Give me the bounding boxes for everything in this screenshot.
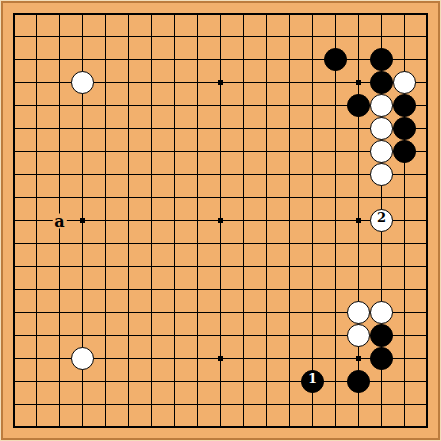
intersection bbox=[25, 301, 48, 324]
intersection bbox=[324, 347, 347, 370]
intersection bbox=[2, 140, 25, 163]
intersection bbox=[347, 416, 370, 439]
intersection bbox=[255, 140, 278, 163]
intersection bbox=[140, 163, 163, 186]
intersection bbox=[324, 2, 347, 25]
intersection bbox=[255, 94, 278, 117]
intersection bbox=[94, 278, 117, 301]
intersection bbox=[278, 347, 301, 370]
intersection bbox=[324, 301, 347, 324]
star-point bbox=[218, 80, 223, 85]
intersection bbox=[71, 186, 94, 209]
intersection: 2 bbox=[370, 209, 393, 232]
intersection bbox=[347, 117, 370, 140]
intersection bbox=[324, 370, 347, 393]
intersection bbox=[370, 117, 393, 140]
intersection bbox=[117, 25, 140, 48]
intersection bbox=[278, 209, 301, 232]
intersection bbox=[393, 48, 416, 71]
intersection bbox=[186, 163, 209, 186]
intersection bbox=[232, 163, 255, 186]
intersection bbox=[48, 393, 71, 416]
intersection bbox=[278, 25, 301, 48]
intersection bbox=[140, 186, 163, 209]
intersection bbox=[186, 94, 209, 117]
intersection bbox=[232, 278, 255, 301]
intersection bbox=[2, 416, 25, 439]
intersection bbox=[25, 71, 48, 94]
intersection bbox=[324, 324, 347, 347]
intersection bbox=[163, 324, 186, 347]
intersection bbox=[209, 140, 232, 163]
intersection bbox=[370, 278, 393, 301]
intersection bbox=[163, 255, 186, 278]
intersection bbox=[94, 347, 117, 370]
intersection bbox=[278, 163, 301, 186]
intersection bbox=[94, 393, 117, 416]
intersection bbox=[186, 301, 209, 324]
intersection bbox=[48, 416, 71, 439]
intersection bbox=[278, 48, 301, 71]
intersection bbox=[71, 140, 94, 163]
intersection bbox=[209, 347, 232, 370]
intersection bbox=[94, 71, 117, 94]
intersection bbox=[301, 255, 324, 278]
intersection bbox=[48, 324, 71, 347]
intersection bbox=[278, 232, 301, 255]
intersection bbox=[393, 117, 416, 140]
intersection bbox=[416, 209, 439, 232]
intersection bbox=[416, 370, 439, 393]
intersection bbox=[347, 232, 370, 255]
intersection bbox=[209, 25, 232, 48]
black-stone bbox=[393, 140, 416, 163]
intersection bbox=[25, 232, 48, 255]
intersection bbox=[2, 370, 25, 393]
intersection: 1 bbox=[301, 370, 324, 393]
intersection bbox=[324, 94, 347, 117]
intersection bbox=[163, 140, 186, 163]
intersection bbox=[71, 347, 94, 370]
intersection bbox=[71, 25, 94, 48]
white-stone bbox=[347, 324, 370, 347]
intersection bbox=[278, 278, 301, 301]
intersection bbox=[416, 278, 439, 301]
star-point bbox=[356, 80, 361, 85]
intersection bbox=[25, 255, 48, 278]
intersection bbox=[48, 370, 71, 393]
intersection bbox=[48, 140, 71, 163]
intersection bbox=[416, 71, 439, 94]
star-point bbox=[356, 218, 361, 223]
intersection bbox=[48, 71, 71, 94]
black-stone bbox=[347, 94, 370, 117]
intersection bbox=[393, 393, 416, 416]
intersection bbox=[117, 301, 140, 324]
intersection bbox=[347, 186, 370, 209]
white-stone bbox=[370, 301, 393, 324]
black-stone bbox=[324, 48, 347, 71]
intersection bbox=[393, 255, 416, 278]
intersection bbox=[209, 232, 232, 255]
white-stone bbox=[393, 71, 416, 94]
intersection bbox=[25, 140, 48, 163]
intersection bbox=[48, 301, 71, 324]
intersection bbox=[140, 209, 163, 232]
intersection bbox=[209, 301, 232, 324]
intersection bbox=[232, 232, 255, 255]
intersection bbox=[324, 25, 347, 48]
intersection bbox=[186, 393, 209, 416]
intersection bbox=[301, 232, 324, 255]
intersection bbox=[370, 370, 393, 393]
intersection bbox=[255, 324, 278, 347]
black-stone bbox=[370, 347, 393, 370]
intersection bbox=[48, 186, 71, 209]
intersection bbox=[416, 416, 439, 439]
intersection bbox=[255, 71, 278, 94]
intersection bbox=[2, 2, 25, 25]
intersection bbox=[324, 232, 347, 255]
intersection bbox=[71, 255, 94, 278]
intersection bbox=[25, 393, 48, 416]
intersection bbox=[71, 71, 94, 94]
intersection bbox=[71, 278, 94, 301]
intersection bbox=[232, 48, 255, 71]
intersection bbox=[301, 140, 324, 163]
intersection bbox=[163, 2, 186, 25]
intersection bbox=[278, 71, 301, 94]
intersection bbox=[117, 393, 140, 416]
intersection bbox=[347, 301, 370, 324]
intersection bbox=[370, 94, 393, 117]
intersection bbox=[278, 416, 301, 439]
intersection bbox=[71, 370, 94, 393]
intersection bbox=[163, 25, 186, 48]
intersection bbox=[71, 48, 94, 71]
intersection bbox=[232, 416, 255, 439]
intersection bbox=[140, 71, 163, 94]
intersection bbox=[2, 71, 25, 94]
white-stone bbox=[370, 94, 393, 117]
intersection bbox=[163, 301, 186, 324]
intersection bbox=[25, 25, 48, 48]
intersection bbox=[94, 186, 117, 209]
intersection bbox=[140, 94, 163, 117]
intersection bbox=[324, 393, 347, 416]
intersection bbox=[71, 232, 94, 255]
intersection bbox=[416, 301, 439, 324]
intersection bbox=[2, 25, 25, 48]
intersection bbox=[209, 278, 232, 301]
intersection bbox=[2, 48, 25, 71]
intersection bbox=[416, 2, 439, 25]
intersection bbox=[48, 2, 71, 25]
intersection bbox=[255, 117, 278, 140]
intersection bbox=[71, 301, 94, 324]
intersection bbox=[140, 232, 163, 255]
intersection bbox=[347, 140, 370, 163]
intersection bbox=[232, 370, 255, 393]
intersection bbox=[278, 94, 301, 117]
intersection bbox=[370, 48, 393, 71]
intersection bbox=[25, 163, 48, 186]
intersection bbox=[370, 393, 393, 416]
go-board-frame: a21 bbox=[0, 0, 441, 441]
intersection bbox=[370, 186, 393, 209]
intersection bbox=[370, 255, 393, 278]
intersection bbox=[71, 416, 94, 439]
intersection bbox=[94, 2, 117, 25]
intersection bbox=[278, 255, 301, 278]
intersection bbox=[71, 163, 94, 186]
intersection bbox=[186, 209, 209, 232]
intersection bbox=[347, 324, 370, 347]
intersection: a bbox=[48, 209, 71, 232]
intersection bbox=[278, 301, 301, 324]
intersection bbox=[347, 255, 370, 278]
black-stone bbox=[347, 370, 370, 393]
intersection bbox=[209, 324, 232, 347]
intersection bbox=[2, 186, 25, 209]
intersection bbox=[71, 393, 94, 416]
intersection bbox=[117, 324, 140, 347]
intersection bbox=[140, 255, 163, 278]
intersection bbox=[48, 232, 71, 255]
intersection bbox=[232, 25, 255, 48]
intersection bbox=[163, 48, 186, 71]
intersection bbox=[2, 209, 25, 232]
star-point bbox=[80, 218, 85, 223]
intersection bbox=[94, 117, 117, 140]
intersection bbox=[209, 393, 232, 416]
intersection bbox=[347, 163, 370, 186]
intersection bbox=[416, 393, 439, 416]
white-stone bbox=[370, 117, 393, 140]
intersection bbox=[301, 25, 324, 48]
intersection bbox=[393, 278, 416, 301]
intersection bbox=[186, 140, 209, 163]
intersection bbox=[163, 94, 186, 117]
intersection bbox=[347, 370, 370, 393]
intersection bbox=[278, 393, 301, 416]
intersection bbox=[301, 416, 324, 439]
intersection bbox=[370, 301, 393, 324]
intersection bbox=[232, 186, 255, 209]
intersection bbox=[2, 255, 25, 278]
intersection bbox=[2, 94, 25, 117]
intersection bbox=[163, 117, 186, 140]
intersection bbox=[393, 370, 416, 393]
intersection bbox=[301, 94, 324, 117]
intersection bbox=[393, 347, 416, 370]
intersection bbox=[301, 324, 324, 347]
intersection bbox=[163, 416, 186, 439]
intersection bbox=[48, 255, 71, 278]
intersection bbox=[140, 347, 163, 370]
intersection bbox=[301, 347, 324, 370]
intersection bbox=[209, 163, 232, 186]
intersection bbox=[186, 416, 209, 439]
intersection bbox=[209, 71, 232, 94]
intersection bbox=[324, 278, 347, 301]
intersection bbox=[25, 209, 48, 232]
intersection bbox=[416, 117, 439, 140]
intersection bbox=[393, 324, 416, 347]
intersection bbox=[2, 278, 25, 301]
intersection bbox=[347, 209, 370, 232]
intersection bbox=[117, 209, 140, 232]
intersection bbox=[117, 416, 140, 439]
intersection bbox=[117, 255, 140, 278]
intersection bbox=[186, 2, 209, 25]
intersection bbox=[393, 209, 416, 232]
intersection bbox=[370, 324, 393, 347]
intersection bbox=[94, 25, 117, 48]
intersection bbox=[347, 2, 370, 25]
intersection bbox=[324, 255, 347, 278]
intersection bbox=[301, 2, 324, 25]
white-stone bbox=[347, 301, 370, 324]
star-point bbox=[218, 218, 223, 223]
intersection bbox=[94, 48, 117, 71]
intersection bbox=[209, 416, 232, 439]
intersection bbox=[163, 370, 186, 393]
intersection bbox=[117, 186, 140, 209]
intersection bbox=[2, 163, 25, 186]
intersection bbox=[94, 94, 117, 117]
intersection bbox=[140, 25, 163, 48]
intersection bbox=[393, 163, 416, 186]
move-number-label: 2 bbox=[371, 210, 392, 231]
intersection bbox=[232, 255, 255, 278]
intersection bbox=[255, 186, 278, 209]
intersection bbox=[48, 347, 71, 370]
intersection bbox=[255, 2, 278, 25]
intersection bbox=[278, 186, 301, 209]
intersection bbox=[324, 209, 347, 232]
intersection bbox=[117, 278, 140, 301]
intersection bbox=[186, 117, 209, 140]
intersection bbox=[48, 117, 71, 140]
intersection bbox=[71, 117, 94, 140]
intersection bbox=[140, 48, 163, 71]
move-number-label: 1 bbox=[302, 371, 323, 392]
go-board: a21 bbox=[2, 2, 439, 439]
intersection bbox=[232, 301, 255, 324]
intersection bbox=[393, 232, 416, 255]
intersection bbox=[25, 370, 48, 393]
intersection bbox=[370, 25, 393, 48]
intersection bbox=[278, 324, 301, 347]
intersection bbox=[209, 117, 232, 140]
intersection bbox=[25, 94, 48, 117]
intersection bbox=[71, 209, 94, 232]
intersection bbox=[48, 94, 71, 117]
intersection bbox=[140, 117, 163, 140]
intersection bbox=[393, 140, 416, 163]
black-stone bbox=[370, 71, 393, 94]
white-stone bbox=[71, 71, 94, 94]
intersection bbox=[186, 186, 209, 209]
intersection bbox=[278, 2, 301, 25]
intersection bbox=[94, 232, 117, 255]
point-label: a bbox=[52, 213, 66, 228]
intersection bbox=[94, 324, 117, 347]
intersection bbox=[232, 393, 255, 416]
intersection bbox=[209, 186, 232, 209]
intersection bbox=[209, 255, 232, 278]
intersection bbox=[94, 163, 117, 186]
intersection bbox=[232, 117, 255, 140]
intersection bbox=[416, 347, 439, 370]
intersection bbox=[209, 370, 232, 393]
intersection bbox=[2, 117, 25, 140]
intersection bbox=[140, 301, 163, 324]
intersection bbox=[232, 2, 255, 25]
intersection bbox=[25, 278, 48, 301]
intersection bbox=[2, 232, 25, 255]
intersection bbox=[186, 278, 209, 301]
intersection bbox=[140, 393, 163, 416]
intersection bbox=[347, 278, 370, 301]
intersection bbox=[347, 393, 370, 416]
intersection bbox=[25, 186, 48, 209]
intersection bbox=[94, 255, 117, 278]
intersection bbox=[301, 278, 324, 301]
intersection bbox=[416, 255, 439, 278]
intersection bbox=[163, 163, 186, 186]
intersection bbox=[416, 48, 439, 71]
intersection bbox=[163, 209, 186, 232]
intersection bbox=[117, 232, 140, 255]
intersection bbox=[255, 48, 278, 71]
intersection bbox=[163, 393, 186, 416]
intersection bbox=[209, 94, 232, 117]
intersection bbox=[416, 25, 439, 48]
intersection bbox=[25, 416, 48, 439]
intersection bbox=[301, 71, 324, 94]
intersection bbox=[278, 140, 301, 163]
intersection bbox=[140, 278, 163, 301]
intersection bbox=[255, 301, 278, 324]
intersection bbox=[301, 48, 324, 71]
intersection bbox=[117, 48, 140, 71]
intersection bbox=[2, 347, 25, 370]
intersection bbox=[186, 347, 209, 370]
intersection bbox=[255, 209, 278, 232]
intersection bbox=[324, 163, 347, 186]
intersection bbox=[117, 71, 140, 94]
intersection bbox=[94, 301, 117, 324]
intersection bbox=[370, 347, 393, 370]
intersection bbox=[347, 347, 370, 370]
intersection bbox=[71, 2, 94, 25]
intersection bbox=[163, 232, 186, 255]
intersection bbox=[255, 278, 278, 301]
intersection bbox=[232, 140, 255, 163]
intersection bbox=[416, 324, 439, 347]
intersection bbox=[324, 140, 347, 163]
intersection bbox=[416, 186, 439, 209]
intersection bbox=[278, 370, 301, 393]
black-stone: 1 bbox=[301, 370, 324, 393]
intersection bbox=[416, 232, 439, 255]
intersection bbox=[232, 347, 255, 370]
intersection bbox=[2, 393, 25, 416]
intersection bbox=[301, 163, 324, 186]
intersection bbox=[232, 209, 255, 232]
